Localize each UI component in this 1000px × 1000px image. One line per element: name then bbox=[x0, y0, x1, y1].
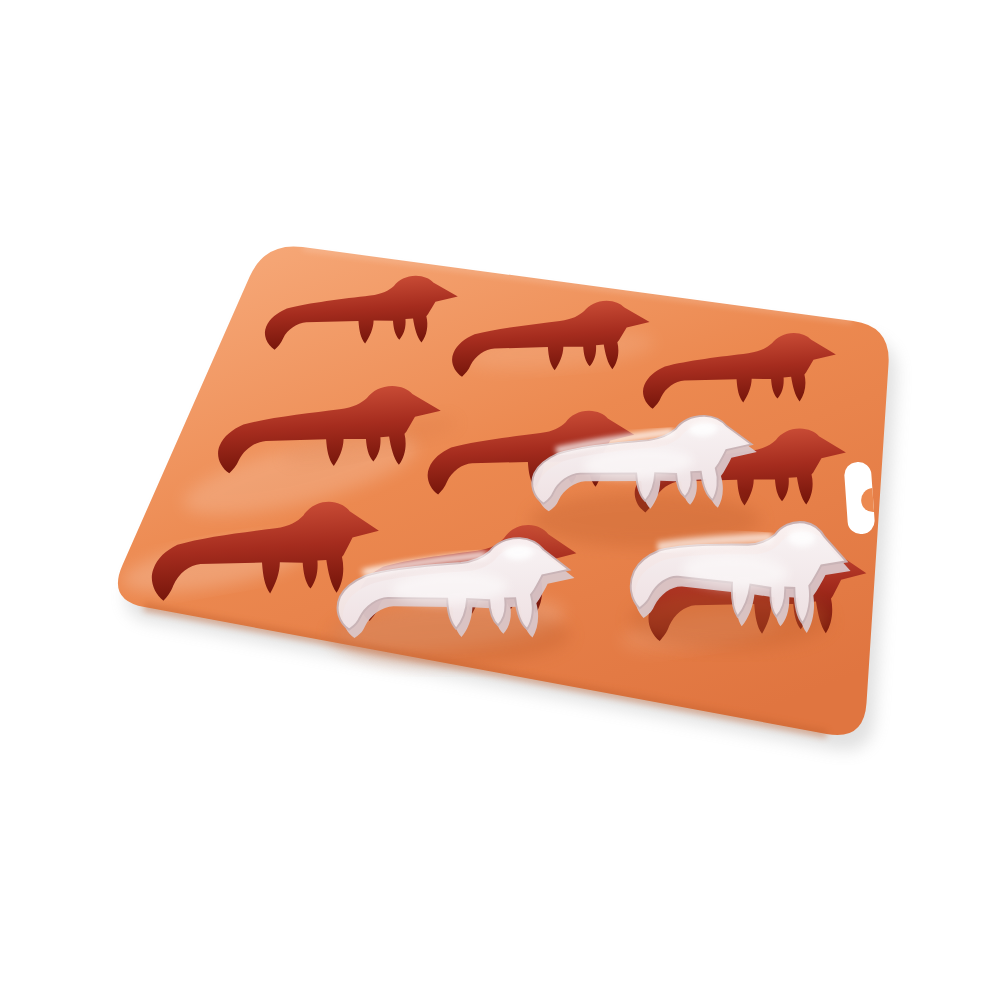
ice-tray-photo-svg bbox=[0, 0, 1000, 1000]
hang-slot bbox=[844, 461, 876, 535]
product-photo bbox=[0, 0, 1000, 1000]
